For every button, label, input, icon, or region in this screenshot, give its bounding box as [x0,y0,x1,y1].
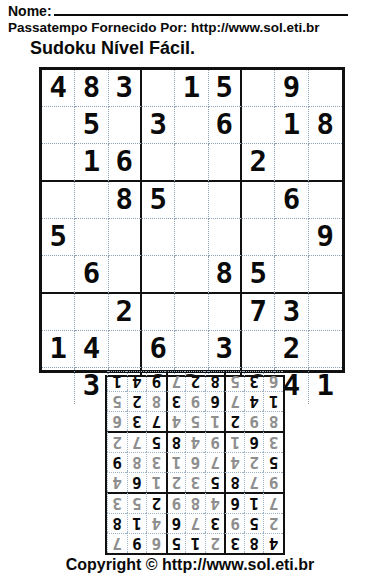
solution-cell-r3c4: 4 [205,492,225,513]
solution-cell-r5c8: 8 [127,452,147,472]
solution-cell-r4c6: 2 [166,472,186,492]
puzzle-cell-r1c5: 1 [175,70,208,107]
puzzle-cell-r2c3[interactable] [109,107,142,144]
solution-cell-r8c8: 2 [127,391,147,411]
puzzle-cell-r2c6: 6 [209,107,242,144]
puzzle-cell-r3c9[interactable] [309,144,342,182]
solution-cell-r7c7: 7 [146,411,166,431]
solution-cell-r2c3: 9 [224,513,244,533]
puzzle-cell-r6c3[interactable] [109,256,142,294]
solution-cell-r8c1: 1 [263,391,283,411]
puzzle-cell-r5c8[interactable] [275,219,308,256]
puzzle-cell-r6c7: 5 [242,256,275,294]
solution-cell-r7c8: 3 [127,411,147,431]
puzzle-cell-r1c7[interactable] [242,70,275,107]
solution-cell-r7c6: 4 [166,411,186,431]
solution-cell-r2c8: 1 [127,513,147,533]
puzzle-grid: 483159536181628565968527314632382941 [39,67,345,373]
solution-cell-r5c2: 2 [244,452,264,472]
solution-cell-r1c3: 3 [224,533,244,553]
provided-by-text: Passatempo Fornecido Por: http://www.sol… [8,20,320,35]
solution-cell-r4c3: 8 [224,472,244,492]
solution-cell-r4c5: 3 [185,472,205,492]
solution-cell-r9c3: 5 [224,371,244,391]
puzzle-cell-r6c2: 6 [75,256,108,294]
name-label: Nome: [8,3,52,19]
solution-cell-r6c2: 6 [244,431,264,452]
solution-cell-r6c3: 1 [224,431,244,452]
solution-cell-r4c1: 9 [263,472,283,492]
puzzle-cell-r4c8: 6 [275,182,308,219]
solution-cell-r9c6: 7 [166,371,186,391]
solution-cell-r1c4: 2 [205,533,225,553]
solution-cell-r9c9: 1 [107,371,127,391]
puzzle-cell-r9c9: 1 [309,368,342,404]
puzzle-cell-r1c2: 8 [75,70,108,107]
solution-cell-r4c9: 4 [107,472,127,492]
puzzle-cell-r2c4: 3 [142,107,175,144]
puzzle-cell-r3c5[interactable] [175,144,208,182]
solution-cell-r6c8: 7 [127,431,147,452]
solution-cell-r6c4: 9 [205,431,225,452]
puzzle-cell-r1c1: 4 [42,70,75,107]
puzzle-cell-r7c8: 3 [275,294,308,331]
solution-cell-r6c9: 2 [107,431,127,452]
puzzle-cell-r3c3: 6 [109,144,142,182]
solution-cell-r8c7: 8 [146,391,166,411]
puzzle-cell-r3c6[interactable] [209,144,242,182]
solution-cell-r6c1: 3 [263,431,283,452]
solution-cell-r6c5: 4 [185,431,205,452]
solution-grid-upside-down: 4832156972593764187164892539785321645247… [105,375,285,555]
solution-cell-r2c6: 6 [166,513,186,533]
puzzle-cell-r5c3[interactable] [109,219,142,256]
puzzle-cell-r5c2[interactable] [75,219,108,256]
puzzle-cell-r8c2: 4 [75,331,108,368]
solution-cell-r4c8: 6 [127,472,147,492]
solution-cell-r9c1: 6 [263,371,283,391]
puzzle-cell-r5c9: 9 [309,219,342,256]
solution-cell-r3c3: 6 [224,492,244,513]
solution-cell-r2c7: 4 [146,513,166,533]
puzzle-cell-r2c7[interactable] [242,107,275,144]
puzzle-cell-r7c1[interactable] [42,294,75,331]
puzzle-cell-r7c3: 2 [109,294,142,331]
solution-cell-r3c2: 1 [244,492,264,513]
puzzle-cell-r7c7: 7 [242,294,275,331]
puzzle-cell-r8c5[interactable] [175,331,208,368]
puzzle-cell-r8c8: 2 [275,331,308,368]
puzzle-cell-r3c8[interactable] [275,144,308,182]
puzzle-cell-r4c1[interactable] [42,182,75,219]
solution-cell-r2c9: 8 [107,513,127,533]
solution-cell-r5c3: 4 [224,452,244,472]
solution-cell-r1c2: 8 [244,533,264,553]
puzzle-cell-r5c6[interactable] [209,219,242,256]
puzzle-cell-r6c1[interactable] [42,256,75,294]
solution-cell-r8c2: 4 [244,391,264,411]
puzzle-cell-r6c4[interactable] [142,256,175,294]
solution-cell-r3c5: 8 [185,492,205,513]
solution-cell-r8c6: 3 [166,391,186,411]
puzzle-cell-r4c4: 5 [142,182,175,219]
solution-cell-r6c7: 5 [146,431,166,452]
puzzle-cell-r2c9: 8 [309,107,342,144]
solution-cell-r7c9: 6 [107,411,127,431]
puzzle-cell-r3c7: 2 [242,144,275,182]
solution-cell-r2c4: 3 [205,513,225,533]
solution-cell-r2c5: 7 [185,513,205,533]
solution-cell-r7c2: 9 [244,411,264,431]
puzzle-cell-r1c8: 9 [275,70,308,107]
solution-cell-r3c1: 7 [263,492,283,513]
puzzle-cell-r9c1[interactable] [42,368,75,404]
solution-cell-r5c9: 9 [107,452,127,472]
puzzle-cell-r7c9[interactable] [309,294,342,331]
solution-cell-r5c7: 3 [146,452,166,472]
puzzle-cell-r5c1: 5 [42,219,75,256]
puzzle-cell-r7c4[interactable] [142,294,175,331]
solution-cell-r5c1: 5 [263,452,283,472]
puzzle-cell-r1c9[interactable] [309,70,342,107]
solution-cell-r7c1: 8 [263,411,283,431]
puzzle-cell-r5c7[interactable] [242,219,275,256]
solution-cell-r5c6: 1 [166,452,186,472]
puzzle-cell-r8c4: 6 [142,331,175,368]
solution-cell-r7c4: 1 [205,411,225,431]
puzzle-cell-r6c5[interactable] [175,256,208,294]
puzzle-cell-r7c5[interactable] [175,294,208,331]
solution-cell-r7c5: 5 [185,411,205,431]
solution-cell-r4c2: 7 [244,472,264,492]
puzzle-cell-r7c2[interactable] [75,294,108,331]
solution-cell-r1c1: 4 [263,533,283,553]
solution-cell-r9c2: 3 [244,371,264,391]
puzzle-cell-r4c7[interactable] [242,182,275,219]
solution-cell-r9c5: 2 [185,371,205,391]
puzzle-cell-r4c6[interactable] [209,182,242,219]
solution-cell-r3c9: 3 [107,492,127,513]
name-row: Nome: [8,1,348,19]
solution-cell-r2c2: 5 [244,513,264,533]
solution-cell-r9c8: 4 [127,371,147,391]
puzzle-cell-r5c5[interactable] [175,219,208,256]
solution-cell-r9c7: 9 [146,371,166,391]
puzzle-cell-r5c4[interactable] [142,219,175,256]
puzzle-cell-r6c6: 8 [209,256,242,294]
puzzle-cell-r2c1[interactable] [42,107,75,144]
puzzle-cell-r7c6[interactable] [209,294,242,331]
puzzle-cell-r9c2: 3 [75,368,108,404]
solution-cell-r4c7: 1 [146,472,166,492]
puzzle-cell-r8c7[interactable] [242,331,275,368]
solution-cell-r5c4: 7 [205,452,225,472]
puzzle-cell-r4c9[interactable] [309,182,342,219]
solution-cell-r8c5: 9 [185,391,205,411]
solution-cell-r8c9: 5 [107,391,127,411]
puzzle-cell-r2c2: 5 [75,107,108,144]
puzzle-cell-r2c8: 1 [275,107,308,144]
puzzle-cell-r3c1[interactable] [42,144,75,182]
copyright-text: Copyright © http://www.sol.eti.br [0,556,380,574]
solution-cell-r3c7: 2 [146,492,166,513]
solution-cell-r1c6: 5 [166,533,186,553]
puzzle-cell-r1c4[interactable] [142,70,175,107]
solution-cell-r3c6: 9 [166,492,186,513]
puzzle-cell-r3c2: 1 [75,144,108,182]
puzzle-cell-r3c4[interactable] [142,144,175,182]
solution-cell-r8c4: 6 [205,391,225,411]
solution-cell-r3c8: 5 [127,492,147,513]
puzzle-cell-r1c6: 5 [209,70,242,107]
puzzle-cell-r8c6: 3 [209,331,242,368]
solution-cell-r1c9: 7 [107,533,127,553]
puzzle-cell-r8c9[interactable] [309,331,342,368]
solution-cell-r2c1: 2 [263,513,283,533]
puzzle-cell-r4c3: 8 [109,182,142,219]
puzzle-cell-r4c5[interactable] [175,182,208,219]
puzzle-cell-r4c2[interactable] [75,182,108,219]
page-title: Sudoku Nível Fácil. [30,38,195,59]
solution-cell-r7c3: 2 [224,411,244,431]
solution-cell-r8c3: 7 [224,391,244,411]
solution-cell-r6c6: 8 [166,431,186,452]
puzzle-cell-r8c1: 1 [42,331,75,368]
solution-cell-r4c4: 5 [205,472,225,492]
puzzle-cell-r8c3[interactable] [109,331,142,368]
solution-cell-r1c8: 9 [127,533,147,553]
name-blank-line[interactable] [54,1,348,16]
solution-cell-r1c7: 6 [146,533,166,553]
solution-cell-r1c5: 1 [185,533,205,553]
solution-cell-r5c5: 6 [185,452,205,472]
solution-cell-r9c4: 8 [205,371,225,391]
puzzle-cell-r6c8[interactable] [275,256,308,294]
puzzle-cell-r2c5[interactable] [175,107,208,144]
puzzle-cell-r1c3: 3 [109,70,142,107]
puzzle-cell-r6c9[interactable] [309,256,342,294]
